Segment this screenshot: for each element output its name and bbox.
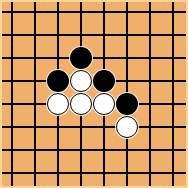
grid-line-horizontal bbox=[2, 126, 186, 128]
grid-line-horizontal bbox=[2, 57, 186, 59]
black-stone bbox=[116, 93, 138, 115]
white-stone bbox=[70, 93, 92, 115]
grid-line-vertical bbox=[11, 2, 13, 186]
go-board bbox=[2, 2, 186, 186]
white-stone bbox=[93, 93, 115, 115]
go-board-frame bbox=[0, 0, 188, 188]
grid-line-horizontal bbox=[2, 34, 186, 36]
grid-line-vertical bbox=[149, 2, 151, 186]
black-stone bbox=[70, 47, 92, 69]
white-stone bbox=[116, 116, 138, 138]
black-stone bbox=[93, 70, 115, 92]
grid-line-horizontal bbox=[2, 149, 186, 151]
grid-line-horizontal bbox=[2, 11, 186, 13]
black-stone bbox=[47, 70, 69, 92]
white-stone bbox=[70, 70, 92, 92]
grid-line-vertical bbox=[172, 2, 174, 186]
grid-line-vertical bbox=[34, 2, 36, 186]
grid-line-horizontal bbox=[2, 172, 186, 174]
white-stone bbox=[47, 93, 69, 115]
